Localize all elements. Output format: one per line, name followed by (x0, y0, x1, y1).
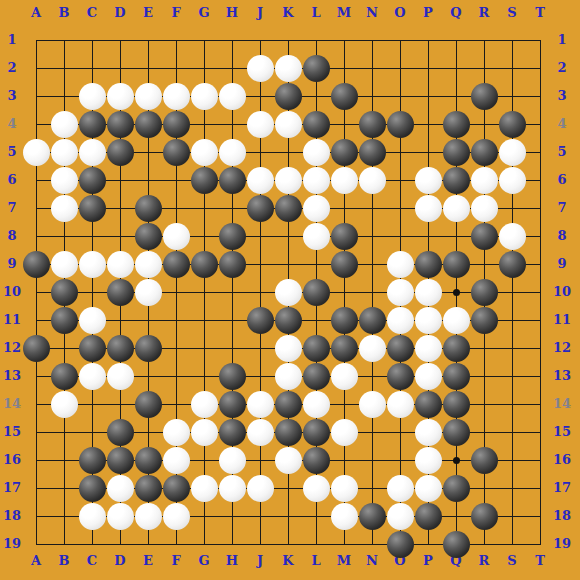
intersection-J17[interactable] (246, 474, 274, 502)
stone-white-G5[interactable] (191, 139, 218, 166)
intersection-L15[interactable] (302, 418, 330, 446)
intersection-B6[interactable] (50, 166, 78, 194)
intersection-Q10[interactable] (442, 278, 470, 306)
intersection-G8[interactable] (190, 222, 218, 250)
stone-black-M11[interactable] (331, 307, 358, 334)
stone-white-K13[interactable] (275, 363, 302, 390)
intersection-H8[interactable] (218, 222, 246, 250)
intersection-O12[interactable] (386, 334, 414, 362)
intersection-F11[interactable] (162, 306, 190, 334)
intersection-T1[interactable] (526, 26, 554, 54)
stone-black-A12[interactable] (23, 335, 50, 362)
intersection-H6[interactable] (218, 166, 246, 194)
intersection-O4[interactable] (386, 110, 414, 138)
intersection-N19[interactable] (358, 530, 386, 558)
stone-black-J11[interactable] (247, 307, 274, 334)
intersection-C19[interactable] (78, 530, 106, 558)
intersection-R9[interactable] (470, 250, 498, 278)
intersection-L1[interactable] (302, 26, 330, 54)
intersection-N8[interactable] (358, 222, 386, 250)
intersection-C4[interactable] (78, 110, 106, 138)
intersection-R5[interactable] (470, 138, 498, 166)
stone-black-R16[interactable] (471, 447, 498, 474)
intersection-P5[interactable] (414, 138, 442, 166)
intersection-D14[interactable] (106, 390, 134, 418)
intersection-N10[interactable] (358, 278, 386, 306)
stone-white-J17[interactable] (247, 475, 274, 502)
intersection-G16[interactable] (190, 446, 218, 474)
intersection-O5[interactable] (386, 138, 414, 166)
intersection-O14[interactable] (386, 390, 414, 418)
stone-white-L6[interactable] (303, 167, 330, 194)
intersection-R14[interactable] (470, 390, 498, 418)
intersection-M18[interactable] (330, 502, 358, 530)
intersection-K5[interactable] (274, 138, 302, 166)
stone-white-M18[interactable] (331, 503, 358, 530)
intersection-Q16[interactable] (442, 446, 470, 474)
intersection-F6[interactable] (162, 166, 190, 194)
intersection-G2[interactable] (190, 54, 218, 82)
stone-black-H9[interactable] (219, 251, 246, 278)
intersection-K16[interactable] (274, 446, 302, 474)
intersection-J3[interactable] (246, 82, 274, 110)
intersection-L4[interactable] (302, 110, 330, 138)
intersection-T7[interactable] (526, 194, 554, 222)
stone-white-F16[interactable] (163, 447, 190, 474)
intersection-M3[interactable] (330, 82, 358, 110)
stone-black-H15[interactable] (219, 419, 246, 446)
intersection-T8[interactable] (526, 222, 554, 250)
stone-black-B10[interactable] (51, 279, 78, 306)
intersection-K7[interactable] (274, 194, 302, 222)
intersection-Q1[interactable] (442, 26, 470, 54)
intersection-P17[interactable] (414, 474, 442, 502)
stone-white-F15[interactable] (163, 419, 190, 446)
intersection-C11[interactable] (78, 306, 106, 334)
stone-white-E3[interactable] (135, 83, 162, 110)
intersection-F16[interactable] (162, 446, 190, 474)
intersection-E14[interactable] (134, 390, 162, 418)
intersection-R2[interactable] (470, 54, 498, 82)
intersection-M6[interactable] (330, 166, 358, 194)
intersection-O10[interactable] (386, 278, 414, 306)
intersection-E2[interactable] (134, 54, 162, 82)
stone-black-D12[interactable] (107, 335, 134, 362)
intersection-O7[interactable] (386, 194, 414, 222)
stone-white-J2[interactable] (247, 55, 274, 82)
intersection-D4[interactable] (106, 110, 134, 138)
intersection-A4[interactable] (22, 110, 50, 138)
stone-black-P14[interactable] (415, 391, 442, 418)
intersection-M5[interactable] (330, 138, 358, 166)
intersection-K4[interactable] (274, 110, 302, 138)
intersection-E8[interactable] (134, 222, 162, 250)
stone-black-F5[interactable] (163, 139, 190, 166)
intersection-A11[interactable] (22, 306, 50, 334)
intersection-O16[interactable] (386, 446, 414, 474)
stone-white-O10[interactable] (387, 279, 414, 306)
intersection-S13[interactable] (498, 362, 526, 390)
stone-black-R18[interactable] (471, 503, 498, 530)
intersection-E13[interactable] (134, 362, 162, 390)
stone-white-G17[interactable] (191, 475, 218, 502)
intersection-E5[interactable] (134, 138, 162, 166)
intersection-G3[interactable] (190, 82, 218, 110)
stone-black-D4[interactable] (107, 111, 134, 138)
intersection-N7[interactable] (358, 194, 386, 222)
intersection-Q9[interactable] (442, 250, 470, 278)
intersection-H2[interactable] (218, 54, 246, 82)
stone-white-M13[interactable] (331, 363, 358, 390)
intersection-B9[interactable] (50, 250, 78, 278)
intersection-L12[interactable] (302, 334, 330, 362)
intersection-L10[interactable] (302, 278, 330, 306)
intersection-J18[interactable] (246, 502, 274, 530)
stone-white-R7[interactable] (471, 195, 498, 222)
stone-black-L2[interactable] (303, 55, 330, 82)
intersection-E19[interactable] (134, 530, 162, 558)
intersection-H4[interactable] (218, 110, 246, 138)
stone-black-O12[interactable] (387, 335, 414, 362)
intersection-S3[interactable] (498, 82, 526, 110)
stone-white-H5[interactable] (219, 139, 246, 166)
stone-black-R8[interactable] (471, 223, 498, 250)
stone-white-J14[interactable] (247, 391, 274, 418)
intersection-T9[interactable] (526, 250, 554, 278)
intersection-R13[interactable] (470, 362, 498, 390)
intersection-J4[interactable] (246, 110, 274, 138)
stone-black-D16[interactable] (107, 447, 134, 474)
intersection-M13[interactable] (330, 362, 358, 390)
intersection-S5[interactable] (498, 138, 526, 166)
intersection-D12[interactable] (106, 334, 134, 362)
intersection-F10[interactable] (162, 278, 190, 306)
intersection-Q8[interactable] (442, 222, 470, 250)
intersection-H11[interactable] (218, 306, 246, 334)
intersection-T12[interactable] (526, 334, 554, 362)
stone-white-O18[interactable] (387, 503, 414, 530)
intersection-A14[interactable] (22, 390, 50, 418)
intersection-E3[interactable] (134, 82, 162, 110)
stone-black-L13[interactable] (303, 363, 330, 390)
intersection-R10[interactable] (470, 278, 498, 306)
intersection-M7[interactable] (330, 194, 358, 222)
stone-black-K11[interactable] (275, 307, 302, 334)
stone-white-B4[interactable] (51, 111, 78, 138)
stone-black-F17[interactable] (163, 475, 190, 502)
intersection-M4[interactable] (330, 110, 358, 138)
stone-black-E4[interactable] (135, 111, 162, 138)
stone-black-E14[interactable] (135, 391, 162, 418)
intersection-F18[interactable] (162, 502, 190, 530)
stone-black-G6[interactable] (191, 167, 218, 194)
stone-white-C13[interactable] (79, 363, 106, 390)
intersection-M11[interactable] (330, 306, 358, 334)
intersection-M9[interactable] (330, 250, 358, 278)
intersection-L19[interactable] (302, 530, 330, 558)
intersection-S4[interactable] (498, 110, 526, 138)
intersection-A13[interactable] (22, 362, 50, 390)
stone-white-C11[interactable] (79, 307, 106, 334)
intersection-B19[interactable] (50, 530, 78, 558)
intersection-M19[interactable] (330, 530, 358, 558)
intersection-K18[interactable] (274, 502, 302, 530)
intersection-Q3[interactable] (442, 82, 470, 110)
intersection-R19[interactable] (470, 530, 498, 558)
stone-white-Q7[interactable] (443, 195, 470, 222)
intersection-O19[interactable] (386, 530, 414, 558)
intersection-A12[interactable] (22, 334, 50, 362)
intersection-H7[interactable] (218, 194, 246, 222)
intersection-T3[interactable] (526, 82, 554, 110)
intersection-B13[interactable] (50, 362, 78, 390)
intersection-C12[interactable] (78, 334, 106, 362)
intersection-S7[interactable] (498, 194, 526, 222)
intersection-F13[interactable] (162, 362, 190, 390)
intersection-P11[interactable] (414, 306, 442, 334)
intersection-F1[interactable] (162, 26, 190, 54)
stone-white-F18[interactable] (163, 503, 190, 530)
intersection-R6[interactable] (470, 166, 498, 194)
stone-white-D9[interactable] (107, 251, 134, 278)
intersection-J11[interactable] (246, 306, 274, 334)
stone-black-E8[interactable] (135, 223, 162, 250)
intersection-L18[interactable] (302, 502, 330, 530)
stone-black-N18[interactable] (359, 503, 386, 530)
intersection-O11[interactable] (386, 306, 414, 334)
stone-white-G15[interactable] (191, 419, 218, 446)
intersection-D11[interactable] (106, 306, 134, 334)
stone-black-Q6[interactable] (443, 167, 470, 194)
intersection-A3[interactable] (22, 82, 50, 110)
intersection-O8[interactable] (386, 222, 414, 250)
intersection-H10[interactable] (218, 278, 246, 306)
intersection-S17[interactable] (498, 474, 526, 502)
intersection-Q19[interactable] (442, 530, 470, 558)
intersection-N16[interactable] (358, 446, 386, 474)
intersection-D5[interactable] (106, 138, 134, 166)
intersection-P10[interactable] (414, 278, 442, 306)
intersection-P8[interactable] (414, 222, 442, 250)
intersection-J1[interactable] (246, 26, 274, 54)
intersection-A1[interactable] (22, 26, 50, 54)
intersection-B18[interactable] (50, 502, 78, 530)
stone-black-D5[interactable] (107, 139, 134, 166)
stone-black-E17[interactable] (135, 475, 162, 502)
intersection-G1[interactable] (190, 26, 218, 54)
intersection-B16[interactable] (50, 446, 78, 474)
intersection-H16[interactable] (218, 446, 246, 474)
intersection-G11[interactable] (190, 306, 218, 334)
stone-white-K2[interactable] (275, 55, 302, 82)
intersection-G9[interactable] (190, 250, 218, 278)
intersection-D18[interactable] (106, 502, 134, 530)
intersection-A9[interactable] (22, 250, 50, 278)
intersection-T14[interactable] (526, 390, 554, 418)
intersection-R8[interactable] (470, 222, 498, 250)
intersection-L8[interactable] (302, 222, 330, 250)
stone-black-R10[interactable] (471, 279, 498, 306)
intersection-T6[interactable] (526, 166, 554, 194)
intersection-F8[interactable] (162, 222, 190, 250)
stone-black-B11[interactable] (51, 307, 78, 334)
intersection-D7[interactable] (106, 194, 134, 222)
intersection-R3[interactable] (470, 82, 498, 110)
intersection-M1[interactable] (330, 26, 358, 54)
intersection-G17[interactable] (190, 474, 218, 502)
stone-white-P7[interactable] (415, 195, 442, 222)
intersection-T10[interactable] (526, 278, 554, 306)
intersection-D15[interactable] (106, 418, 134, 446)
intersection-B1[interactable] (50, 26, 78, 54)
stone-white-M17[interactable] (331, 475, 358, 502)
stone-white-R6[interactable] (471, 167, 498, 194)
intersection-K19[interactable] (274, 530, 302, 558)
intersection-M16[interactable] (330, 446, 358, 474)
stone-black-M12[interactable] (331, 335, 358, 362)
intersection-R4[interactable] (470, 110, 498, 138)
intersection-L6[interactable] (302, 166, 330, 194)
intersection-S11[interactable] (498, 306, 526, 334)
stone-black-O4[interactable] (387, 111, 414, 138)
intersection-T11[interactable] (526, 306, 554, 334)
intersection-A5[interactable] (22, 138, 50, 166)
intersection-B15[interactable] (50, 418, 78, 446)
intersection-K11[interactable] (274, 306, 302, 334)
intersection-K15[interactable] (274, 418, 302, 446)
intersection-P12[interactable] (414, 334, 442, 362)
stone-white-D17[interactable] (107, 475, 134, 502)
stone-black-L4[interactable] (303, 111, 330, 138)
intersection-S10[interactable] (498, 278, 526, 306)
intersection-C10[interactable] (78, 278, 106, 306)
stone-black-O13[interactable] (387, 363, 414, 390)
intersection-L9[interactable] (302, 250, 330, 278)
stone-white-E10[interactable] (135, 279, 162, 306)
intersection-R15[interactable] (470, 418, 498, 446)
intersection-T19[interactable] (526, 530, 554, 558)
stone-black-Q12[interactable] (443, 335, 470, 362)
stone-white-B7[interactable] (51, 195, 78, 222)
stone-white-B14[interactable] (51, 391, 78, 418)
intersection-D2[interactable] (106, 54, 134, 82)
stone-white-M6[interactable] (331, 167, 358, 194)
intersection-N2[interactable] (358, 54, 386, 82)
intersection-P7[interactable] (414, 194, 442, 222)
intersection-P14[interactable] (414, 390, 442, 418)
intersection-P1[interactable] (414, 26, 442, 54)
intersection-B8[interactable] (50, 222, 78, 250)
stone-black-J7[interactable] (247, 195, 274, 222)
stone-black-K14[interactable] (275, 391, 302, 418)
intersection-R1[interactable] (470, 26, 498, 54)
intersection-T13[interactable] (526, 362, 554, 390)
intersection-P6[interactable] (414, 166, 442, 194)
intersection-M12[interactable] (330, 334, 358, 362)
intersection-H14[interactable] (218, 390, 246, 418)
intersection-C9[interactable] (78, 250, 106, 278)
stone-black-Q5[interactable] (443, 139, 470, 166)
stone-black-Q19[interactable] (443, 531, 470, 558)
intersection-F9[interactable] (162, 250, 190, 278)
intersection-L7[interactable] (302, 194, 330, 222)
stone-black-L10[interactable] (303, 279, 330, 306)
intersection-E9[interactable] (134, 250, 162, 278)
intersection-A10[interactable] (22, 278, 50, 306)
intersection-P9[interactable] (414, 250, 442, 278)
intersection-M17[interactable] (330, 474, 358, 502)
intersection-Q18[interactable] (442, 502, 470, 530)
intersection-Q15[interactable] (442, 418, 470, 446)
intersection-E18[interactable] (134, 502, 162, 530)
intersection-A15[interactable] (22, 418, 50, 446)
intersection-P4[interactable] (414, 110, 442, 138)
intersection-F17[interactable] (162, 474, 190, 502)
stone-black-N11[interactable] (359, 307, 386, 334)
intersection-H17[interactable] (218, 474, 246, 502)
stone-black-S9[interactable] (499, 251, 526, 278)
intersection-B10[interactable] (50, 278, 78, 306)
stone-white-C9[interactable] (79, 251, 106, 278)
stone-black-C6[interactable] (79, 167, 106, 194)
intersection-G10[interactable] (190, 278, 218, 306)
intersection-E12[interactable] (134, 334, 162, 362)
intersection-O15[interactable] (386, 418, 414, 446)
stone-black-Q14[interactable] (443, 391, 470, 418)
intersection-E15[interactable] (134, 418, 162, 446)
intersection-A8[interactable] (22, 222, 50, 250)
stone-white-J6[interactable] (247, 167, 274, 194)
stone-black-C4[interactable] (79, 111, 106, 138)
intersection-E11[interactable] (134, 306, 162, 334)
intersection-C14[interactable] (78, 390, 106, 418)
stone-white-G3[interactable] (191, 83, 218, 110)
intersection-F3[interactable] (162, 82, 190, 110)
intersection-H3[interactable] (218, 82, 246, 110)
intersection-K12[interactable] (274, 334, 302, 362)
intersection-B4[interactable] (50, 110, 78, 138)
intersection-C2[interactable] (78, 54, 106, 82)
intersection-H13[interactable] (218, 362, 246, 390)
stone-black-M3[interactable] (331, 83, 358, 110)
stone-white-E9[interactable] (135, 251, 162, 278)
intersection-J5[interactable] (246, 138, 274, 166)
intersection-F12[interactable] (162, 334, 190, 362)
intersection-S2[interactable] (498, 54, 526, 82)
stone-black-L16[interactable] (303, 447, 330, 474)
intersection-J9[interactable] (246, 250, 274, 278)
intersection-E17[interactable] (134, 474, 162, 502)
intersection-N5[interactable] (358, 138, 386, 166)
intersection-Q7[interactable] (442, 194, 470, 222)
stone-black-N4[interactable] (359, 111, 386, 138)
stone-black-H6[interactable] (219, 167, 246, 194)
intersection-M14[interactable] (330, 390, 358, 418)
intersection-K6[interactable] (274, 166, 302, 194)
intersection-T4[interactable] (526, 110, 554, 138)
stone-black-Q9[interactable] (443, 251, 470, 278)
intersection-H12[interactable] (218, 334, 246, 362)
intersection-K1[interactable] (274, 26, 302, 54)
intersection-T5[interactable] (526, 138, 554, 166)
intersection-E4[interactable] (134, 110, 162, 138)
intersection-R18[interactable] (470, 502, 498, 530)
intersection-O3[interactable] (386, 82, 414, 110)
intersection-B14[interactable] (50, 390, 78, 418)
intersection-C13[interactable] (78, 362, 106, 390)
stone-black-K7[interactable] (275, 195, 302, 222)
intersection-Q11[interactable] (442, 306, 470, 334)
